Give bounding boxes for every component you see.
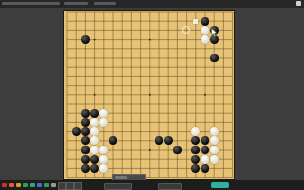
black-stone[interactable] xyxy=(173,146,182,155)
taskbar-app-icon[interactable] xyxy=(44,183,49,188)
black-stone[interactable] xyxy=(210,54,219,63)
black-stone[interactable] xyxy=(81,35,90,44)
black-stone[interactable] xyxy=(81,164,90,173)
black-stone[interactable] xyxy=(81,155,90,164)
white-stone[interactable] xyxy=(99,146,108,155)
titlebar-text-smudge xyxy=(64,2,88,5)
black-stone[interactable] xyxy=(201,17,210,26)
black-stone[interactable] xyxy=(191,155,200,164)
white-stone[interactable] xyxy=(201,35,210,44)
titlebar-text-smudge xyxy=(2,2,60,5)
taskbar-app-icon[interactable] xyxy=(2,183,7,188)
white-stone[interactable] xyxy=(99,164,108,173)
white-stone[interactable] xyxy=(90,127,99,136)
white-stone[interactable] xyxy=(201,26,210,35)
taskbar-app-icon[interactable] xyxy=(37,183,42,188)
white-stone[interactable] xyxy=(99,109,108,118)
black-stone[interactable] xyxy=(81,127,90,136)
black-stone[interactable] xyxy=(191,146,200,155)
taskbar-accent-badge[interactable] xyxy=(211,182,229,188)
taskbar-app-icon[interactable] xyxy=(51,183,56,188)
taskbar xyxy=(0,180,304,190)
circle-marker xyxy=(182,26,190,34)
black-stone[interactable] xyxy=(81,136,90,145)
black-stone[interactable] xyxy=(90,109,99,118)
white-stone[interactable] xyxy=(210,136,219,145)
taskbar-button[interactable] xyxy=(158,183,182,190)
taskbar-app-icon[interactable] xyxy=(23,183,28,188)
black-stone[interactable] xyxy=(90,155,99,164)
white-stone[interactable] xyxy=(99,155,108,164)
window-button[interactable] xyxy=(74,182,82,190)
board-stones-layer xyxy=(63,10,235,180)
white-stone[interactable] xyxy=(90,136,99,145)
black-stone[interactable] xyxy=(81,146,90,155)
white-stone[interactable] xyxy=(99,118,108,127)
black-stone[interactable] xyxy=(164,136,173,145)
white-stone[interactable] xyxy=(90,146,99,155)
app-window xyxy=(0,0,304,190)
taskbar-app-icon[interactable] xyxy=(9,183,14,188)
white-stone[interactable] xyxy=(210,155,219,164)
window-button[interactable] xyxy=(58,182,66,190)
white-stone[interactable] xyxy=(90,118,99,127)
mouse-cursor xyxy=(211,28,218,37)
titlebar-icon[interactable] xyxy=(296,1,301,6)
black-stone[interactable] xyxy=(201,146,210,155)
black-stone[interactable] xyxy=(81,118,90,127)
black-stone[interactable] xyxy=(81,109,90,118)
white-stone[interactable] xyxy=(210,127,219,136)
black-stone[interactable] xyxy=(191,136,200,145)
white-stone[interactable] xyxy=(201,155,210,164)
titlebar-text-smudge xyxy=(94,2,116,5)
black-stone[interactable] xyxy=(201,136,210,145)
window-button[interactable] xyxy=(66,182,74,190)
square-marker xyxy=(193,19,198,24)
white-stone[interactable] xyxy=(210,146,219,155)
black-stone[interactable] xyxy=(90,164,99,173)
black-stone[interactable] xyxy=(72,127,81,136)
go-board[interactable] xyxy=(63,10,235,180)
black-stone[interactable] xyxy=(201,164,210,173)
titlebar xyxy=(0,0,304,8)
black-stone[interactable] xyxy=(109,136,118,145)
black-stone[interactable] xyxy=(191,164,200,173)
white-stone[interactable] xyxy=(191,127,200,136)
taskbar-button[interactable] xyxy=(104,183,132,190)
black-stone[interactable] xyxy=(155,136,164,145)
taskbar-app-icon[interactable] xyxy=(16,183,21,188)
popup-text-smudge xyxy=(115,176,127,179)
taskbar-app-icon[interactable] xyxy=(30,183,35,188)
